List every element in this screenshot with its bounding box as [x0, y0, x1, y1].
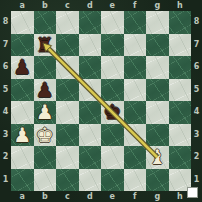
square-c7[interactable] [56, 34, 79, 57]
square-h8[interactable] [169, 11, 192, 34]
square-c3[interactable] [56, 124, 79, 147]
file-label-bottom-b: b [34, 191, 57, 202]
square-d6[interactable] [79, 56, 102, 79]
square-g8[interactable] [146, 11, 169, 34]
square-b8[interactable] [34, 11, 57, 34]
square-c4[interactable] [56, 101, 79, 124]
rank-label-left-8: 8 [0, 11, 11, 34]
square-c5[interactable] [56, 79, 79, 102]
square-g6[interactable] [146, 56, 169, 79]
square-e1[interactable] [101, 169, 124, 192]
file-label-bottom-g: g [146, 191, 169, 202]
square-b5[interactable]: ♟ [34, 79, 57, 102]
square-d3[interactable] [79, 124, 102, 147]
rank-label-left-4: 4 [0, 101, 11, 124]
rank-label-right-8: 8 [191, 11, 202, 34]
square-f8[interactable] [124, 11, 147, 34]
file-label-top-d: d [79, 0, 102, 11]
square-d2[interactable] [79, 146, 102, 169]
square-c6[interactable] [56, 56, 79, 79]
file-label-bottom-d: d [79, 191, 102, 202]
file-label-bottom-a: a [11, 191, 34, 202]
square-d4[interactable] [79, 101, 102, 124]
file-label-bottom-f: f [124, 191, 147, 202]
rank-label-right-2: 2 [191, 146, 202, 169]
rank-label-left-7: 7 [0, 34, 11, 57]
square-f6[interactable] [124, 56, 147, 79]
file-label-top-f: f [124, 0, 147, 11]
file-label-top-e: e [101, 0, 124, 11]
square-a8[interactable] [11, 11, 34, 34]
square-c8[interactable] [56, 11, 79, 34]
square-a6[interactable]: ♟ [11, 56, 34, 79]
square-f7[interactable] [124, 34, 147, 57]
piece-white-pawn[interactable]: ♟ [13, 125, 31, 145]
square-a1[interactable] [11, 169, 34, 192]
square-g7[interactable] [146, 34, 169, 57]
square-f2[interactable] [124, 146, 147, 169]
square-e8[interactable] [101, 11, 124, 34]
white-to-move-indicator [187, 187, 198, 198]
piece-black-pawn[interactable]: ♟ [36, 80, 54, 100]
square-c2[interactable] [56, 146, 79, 169]
square-e6[interactable] [101, 56, 124, 79]
file-label-bottom-e: e [101, 191, 124, 202]
rank-label-left-6: 6 [0, 56, 11, 79]
file-label-bottom-c: c [56, 191, 79, 202]
rank-label-left-3: 3 [0, 124, 11, 147]
square-g1[interactable] [146, 169, 169, 192]
file-label-top-h: h [169, 0, 192, 11]
square-h5[interactable] [169, 79, 192, 102]
rank-label-left-2: 2 [0, 146, 11, 169]
square-e4[interactable]: ♚ [101, 101, 124, 124]
chess-board: ♜♟♟♟♚♟♚♝ [11, 11, 191, 191]
piece-white-king[interactable]: ♚ [36, 125, 54, 145]
square-b2[interactable] [34, 146, 57, 169]
square-b1[interactable] [34, 169, 57, 192]
square-a2[interactable] [11, 146, 34, 169]
square-d8[interactable] [79, 11, 102, 34]
piece-black-king[interactable]: ♚ [103, 102, 121, 122]
square-a4[interactable] [11, 101, 34, 124]
rank-label-right-6: 6 [191, 56, 202, 79]
square-g4[interactable] [146, 101, 169, 124]
square-g5[interactable] [146, 79, 169, 102]
square-e5[interactable] [101, 79, 124, 102]
square-h6[interactable] [169, 56, 192, 79]
square-b6[interactable] [34, 56, 57, 79]
rank-label-right-3: 3 [191, 124, 202, 147]
square-g3[interactable] [146, 124, 169, 147]
square-h4[interactable] [169, 101, 192, 124]
piece-white-pawn[interactable]: ♟ [36, 102, 54, 122]
rank-label-right-4: 4 [191, 101, 202, 124]
square-e3[interactable] [101, 124, 124, 147]
file-label-top-a: a [11, 0, 34, 11]
square-f1[interactable] [124, 169, 147, 192]
file-label-top-g: g [146, 0, 169, 11]
piece-black-pawn[interactable]: ♟ [13, 57, 31, 77]
square-f5[interactable] [124, 79, 147, 102]
square-a7[interactable] [11, 34, 34, 57]
square-g2[interactable]: ♝ [146, 146, 169, 169]
square-b4[interactable]: ♟ [34, 101, 57, 124]
square-h3[interactable] [169, 124, 192, 147]
square-f3[interactable] [124, 124, 147, 147]
rank-label-left-5: 5 [0, 79, 11, 102]
rank-label-right-7: 7 [191, 34, 202, 57]
square-c1[interactable] [56, 169, 79, 192]
square-a3[interactable]: ♟ [11, 124, 34, 147]
square-b3[interactable]: ♚ [34, 124, 57, 147]
file-label-top-b: b [34, 0, 57, 11]
square-f4[interactable] [124, 101, 147, 124]
square-d5[interactable] [79, 79, 102, 102]
piece-black-rook[interactable]: ♜ [36, 35, 54, 55]
square-a5[interactable] [11, 79, 34, 102]
square-d7[interactable] [79, 34, 102, 57]
square-h7[interactable] [169, 34, 192, 57]
file-label-top-c: c [56, 0, 79, 11]
square-d1[interactable] [79, 169, 102, 192]
chessboard-widget: ♜♟♟♟♚♟♚♝ aabbccddeeffgghh887766554433221… [0, 0, 202, 202]
square-e2[interactable] [101, 146, 124, 169]
rank-label-right-5: 5 [191, 79, 202, 102]
rank-label-left-1: 1 [0, 169, 11, 192]
square-e7[interactable] [101, 34, 124, 57]
piece-white-bishop[interactable]: ♝ [148, 147, 166, 167]
square-b7[interactable]: ♜ [34, 34, 57, 57]
square-h2[interactable] [169, 146, 192, 169]
